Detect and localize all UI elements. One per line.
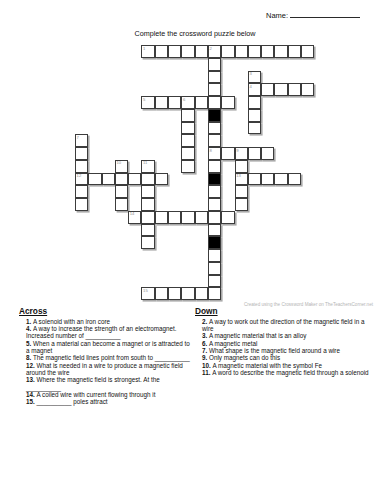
void-cell [128,134,141,147]
grid-cell[interactable] [181,147,194,160]
grid-cell[interactable] [155,287,168,300]
void-cell [102,236,115,249]
void-cell [102,147,115,160]
void-cell [88,147,101,160]
grid-cell[interactable] [141,211,154,224]
clue-number: 7 [77,135,79,140]
void-cell [301,287,314,300]
grid-cell[interactable] [75,160,88,173]
grid-cell[interactable] [155,211,168,224]
grid-cell[interactable]: 7 [75,134,88,147]
grid-cell[interactable] [181,287,194,300]
grid-cell[interactable] [208,134,221,147]
grid-cell[interactable] [274,173,287,186]
void-cell [75,96,88,109]
clue: 6. A magnetic metal [202,340,376,347]
clue-num-label: 4. [26,325,33,332]
void-cell [168,249,181,262]
void-cell [115,122,128,135]
void-cell [288,122,301,135]
grid-cell[interactable] [235,185,248,198]
void-cell [221,160,234,173]
grid-cell[interactable] [181,211,194,224]
void-cell [248,211,261,224]
grid-cell[interactable] [221,211,234,224]
void-cell [288,236,301,249]
grid-cell[interactable] [221,96,234,109]
void-cell [261,96,274,109]
void-cell [155,109,168,122]
void-cell [274,198,287,211]
clue: 10. A magnetic material with the symbol … [202,362,376,369]
void-cell [274,224,287,237]
crossword-grid[interactable]: 123456789101112131415 [75,45,314,300]
void-cell [141,122,154,135]
void-cell [221,83,234,96]
void-cell [168,160,181,173]
grid-cell[interactable] [75,185,88,198]
clue: 11. A word to describe the magnetic fiel… [202,369,376,376]
void-cell [274,147,287,160]
grid-cell[interactable] [102,173,115,186]
void-cell [102,287,115,300]
grid-cell[interactable] [274,45,287,58]
void-cell [155,275,168,288]
void-cell [141,134,154,147]
void-cell [168,147,181,160]
void-cell [261,198,274,211]
grid-cell[interactable] [248,96,261,109]
grid-cell[interactable] [208,122,221,135]
clue-num-label: 14. [26,391,37,398]
void-cell [235,134,248,147]
void-cell [221,134,234,147]
grid-cell[interactable] [141,185,154,198]
grid-cell[interactable] [208,287,221,300]
clue: 5. When a material can become a magnet o… [26,340,192,355]
void-cell [115,287,128,300]
void-cell [221,224,234,237]
grid-cell[interactable] [301,45,314,58]
grid-cell[interactable] [128,173,141,186]
grid-cell[interactable] [141,173,154,186]
grid-cell[interactable] [195,211,208,224]
clue: 7. What shape is the magnetic field arou… [202,347,376,354]
grid-cell[interactable] [221,147,234,160]
grid-cell[interactable] [195,96,208,109]
clue-num-label: 6. [202,340,209,347]
void-cell [88,96,101,109]
void-cell [128,160,141,173]
void-cell [288,224,301,237]
void-cell [248,262,261,275]
void-cell [195,83,208,96]
clue-number: 10 [116,160,121,165]
name-row: Name: [266,9,360,20]
void-cell [301,147,314,160]
grid-cell[interactable] [261,147,274,160]
void-cell [261,287,274,300]
grid-cell[interactable] [168,211,181,224]
void-cell [221,109,234,122]
grid-cell[interactable]: 12 [75,173,88,186]
void-cell [248,160,261,173]
void-cell [88,45,101,58]
grid-cell[interactable] [181,160,194,173]
grid-cell[interactable] [248,122,261,135]
grid-cell[interactable] [181,122,194,135]
clue-number: 9 [236,148,238,153]
void-cell [168,224,181,237]
void-cell [221,249,234,262]
clue-number: 12 [77,173,82,178]
void-cell [248,134,261,147]
void-cell [221,236,234,249]
void-cell [115,275,128,288]
void-cell [181,249,194,262]
void-cell [75,249,88,262]
void-cell [141,262,154,275]
grid-cell[interactable] [274,83,287,96]
void-cell [75,71,88,84]
void-cell [88,211,101,224]
void-cell [168,83,181,96]
void-cell [102,45,115,58]
void-cell [195,249,208,262]
grid-cell[interactable] [208,249,221,262]
void-cell [155,122,168,135]
void-cell [102,96,115,109]
grid-cell[interactable]: 3 [248,71,261,84]
clue-number: 15 [143,288,148,293]
void-cell [155,160,168,173]
void-cell [102,211,115,224]
void-cell [88,71,101,84]
void-cell [235,122,248,135]
void-cell [274,287,287,300]
clue-num-label: 8. [26,354,33,361]
grid-cell[interactable] [115,173,128,186]
void-cell [261,224,274,237]
void-cell [235,287,248,300]
clue-number: 8 [210,148,212,153]
void-cell [168,236,181,249]
grid-cell[interactable] [168,287,181,300]
void-cell [235,96,248,109]
void-cell [141,109,154,122]
grid-cell[interactable]: 1 [141,45,154,58]
grid-cell[interactable] [288,173,301,186]
void-cell [128,287,141,300]
void-cell [88,109,101,122]
grid-cell[interactable] [235,160,248,173]
across-heading: Across [19,306,192,316]
void-cell [195,58,208,71]
void-cell [168,134,181,147]
void-cell [115,262,128,275]
void-cell [195,160,208,173]
void-cell [181,185,194,198]
grid-cell[interactable] [181,45,194,58]
grid-cell[interactable] [261,83,274,96]
void-cell [235,275,248,288]
grid-cell[interactable]: 11 [141,160,154,173]
void-cell [155,134,168,147]
void-cell [128,236,141,249]
void-cell [102,185,115,198]
void-cell [301,122,314,135]
grid-cell[interactable]: 2 [208,45,221,58]
void-cell [221,173,234,186]
grid-cell[interactable] [181,109,194,122]
void-cell [102,224,115,237]
grid-cell[interactable]: 8 [208,147,221,160]
void-cell [235,262,248,275]
black-cell [208,173,221,186]
clue: 1. A solenoid with an iron core [26,318,192,325]
clue-num-label: 13. [26,376,37,383]
grid-cell[interactable]: 5 [141,96,154,109]
clue: 9. Only magnets can do this [202,354,376,361]
void-cell [301,173,314,186]
grid-cell[interactable] [261,173,274,186]
down-heading: Down [195,306,376,316]
grid-cell[interactable] [248,173,261,186]
clue-number: 4 [249,84,251,89]
void-cell [301,211,314,224]
grid-cell[interactable] [155,45,168,58]
grid-cell[interactable] [208,275,221,288]
void-cell [155,236,168,249]
grid-cell[interactable] [301,83,314,96]
clue-number: 14 [130,211,135,216]
grid-cell[interactable]: 9 [235,147,248,160]
grid-cell[interactable] [208,262,221,275]
void-cell [102,134,115,147]
void-cell [88,236,101,249]
void-cell [128,224,141,237]
grid-cell[interactable]: 14 [128,211,141,224]
grid-cell[interactable] [75,147,88,160]
grid-cell[interactable] [235,45,248,58]
void-cell [301,262,314,275]
void-cell [168,198,181,211]
void-cell [88,262,101,275]
grid-cell[interactable] [141,236,154,249]
void-cell [301,236,314,249]
void-cell [195,275,208,288]
void-cell [235,236,248,249]
grid-cell[interactable] [168,45,181,58]
void-cell [274,236,287,249]
grid-cell[interactable] [221,45,234,58]
void-cell [274,58,287,71]
void-cell [274,122,287,135]
void-cell [195,147,208,160]
void-cell [181,275,194,288]
void-cell [88,134,101,147]
grid-cell[interactable] [208,160,221,173]
name-blank-line[interactable] [290,9,360,18]
grid-cell[interactable] [115,185,128,198]
void-cell [75,109,88,122]
grid-cell[interactable] [261,45,274,58]
void-cell [75,287,88,300]
name-label: Name: [266,11,288,20]
grid-cell[interactable] [208,96,221,109]
grid-cell[interactable] [208,198,221,211]
grid-cell[interactable] [208,224,221,237]
void-cell [88,58,101,71]
grid-cell[interactable] [115,198,128,211]
void-cell [248,224,261,237]
clue-number: 13 [236,173,241,178]
clue: 8. The magnetic field lines point from s… [26,354,192,361]
void-cell [261,122,274,135]
clue-number: 6 [183,97,185,102]
void-cell [155,185,168,198]
grid-cell[interactable] [208,211,221,224]
void-cell [248,236,261,249]
black-cell [208,109,221,122]
void-cell [288,96,301,109]
void-cell [288,262,301,275]
down-clue-list: 2. A way to work out the direction of th… [195,318,376,377]
grid-cell[interactable] [248,147,261,160]
grid-cell[interactable]: 13 [235,173,248,186]
void-cell [88,160,101,173]
clue: 4. A way to increase the strength of an … [26,325,192,340]
grid-cell[interactable] [288,45,301,58]
void-cell [115,134,128,147]
grid-cell[interactable] [208,58,221,71]
void-cell [181,198,194,211]
grid-cell[interactable] [195,45,208,58]
void-cell [168,185,181,198]
void-cell [75,58,88,71]
clue-num-label: 7. [202,347,209,354]
void-cell [155,71,168,84]
clue-num-label: 15. [26,398,37,405]
void-cell [181,224,194,237]
grid-cell[interactable] [248,45,261,58]
void-cell [195,122,208,135]
void-cell [155,249,168,262]
void-cell [288,147,301,160]
grid-cell[interactable] [195,287,208,300]
clue: 2. A way to work out the direction of th… [202,318,376,333]
void-cell [102,275,115,288]
grid-cell[interactable] [248,109,261,122]
void-cell [301,160,314,173]
void-cell [88,83,101,96]
void-cell [102,71,115,84]
void-cell [261,185,274,198]
grid-cell[interactable] [141,198,154,211]
void-cell [115,109,128,122]
grid-cell[interactable] [208,185,221,198]
void-cell [274,134,287,147]
void-cell [128,262,141,275]
void-cell [155,147,168,160]
grid-cell[interactable] [141,224,154,237]
clue-num-label: 10. [202,362,213,369]
void-cell [115,96,128,109]
void-cell [128,96,141,109]
void-cell [248,58,261,71]
void-cell [88,122,101,135]
void-cell [168,109,181,122]
void-cell [248,249,261,262]
void-cell [195,134,208,147]
grid-cell[interactable] [288,83,301,96]
void-cell [221,185,234,198]
void-cell [301,96,314,109]
void-cell [128,275,141,288]
void-cell [75,224,88,237]
void-cell [301,71,314,84]
void-cell [274,109,287,122]
void-cell [141,71,154,84]
void-cell [115,211,128,224]
clue-num-label: 11. [202,369,212,376]
void-cell [274,275,287,288]
void-cell [168,262,181,275]
void-cell [288,134,301,147]
void-cell [115,224,128,237]
void-cell [155,198,168,211]
void-cell [301,109,314,122]
grid-cell[interactable]: 4 [248,83,261,96]
clue-num-label: 5. [26,340,33,347]
void-cell [128,198,141,211]
grid-cell[interactable]: 6 [181,96,194,109]
void-cell [195,109,208,122]
clue-number: 11 [143,160,147,165]
void-cell [102,160,115,173]
clue: 14. A coiled wire with current flowing t… [26,391,192,398]
void-cell [88,249,101,262]
grid-cell[interactable] [208,83,221,96]
void-cell [301,185,314,198]
grid-cell[interactable] [155,173,168,186]
grid-cell[interactable] [208,71,221,84]
grid-cell[interactable] [75,198,88,211]
grid-cell[interactable] [235,198,248,211]
grid-cell[interactable] [155,96,168,109]
void-cell [235,224,248,237]
void-cell [288,198,301,211]
void-cell [235,83,248,96]
void-cell [248,185,261,198]
grid-cell[interactable]: 15 [141,287,154,300]
grid-cell[interactable] [88,173,101,186]
void-cell [141,83,154,96]
void-cell [261,160,274,173]
void-cell [141,147,154,160]
grid-cell[interactable] [181,134,194,147]
grid-cell[interactable] [168,96,181,109]
clue-number: 5 [143,97,145,102]
void-cell [274,211,287,224]
void-cell [115,249,128,262]
void-cell [274,71,287,84]
void-cell [75,262,88,275]
void-cell [88,287,101,300]
void-cell [181,173,194,186]
grid-cell[interactable]: 10 [115,160,128,173]
void-cell [248,275,261,288]
